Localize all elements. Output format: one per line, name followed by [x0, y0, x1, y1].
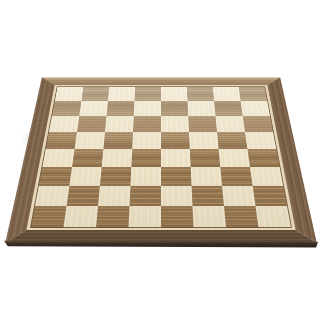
square-e4	[161, 149, 191, 167]
chessboard	[5, 77, 316, 242]
square-b2	[67, 186, 100, 206]
squares-grid	[31, 87, 291, 227]
square-a6	[49, 116, 79, 132]
square-b1	[64, 206, 99, 227]
square-g6	[216, 116, 246, 132]
square-e8	[161, 87, 188, 101]
square-f6	[188, 116, 217, 132]
square-g3	[220, 167, 252, 186]
square-a7	[52, 101, 81, 116]
square-f5	[189, 132, 219, 149]
square-h3	[250, 167, 283, 186]
square-d2	[130, 186, 161, 206]
square-a8	[55, 87, 84, 101]
square-c1	[96, 206, 129, 227]
square-c6	[105, 116, 134, 132]
square-b8	[81, 87, 109, 101]
square-c8	[108, 87, 135, 101]
square-h2	[253, 186, 287, 206]
square-f7	[188, 101, 216, 116]
square-d1	[129, 206, 161, 227]
square-b6	[77, 116, 107, 132]
square-h5	[245, 132, 276, 149]
square-e7	[161, 101, 188, 116]
square-c5	[103, 132, 133, 149]
square-h7	[241, 101, 270, 116]
square-b4	[72, 149, 103, 167]
photo-background	[0, 0, 320, 320]
square-h6	[243, 116, 273, 132]
square-b3	[69, 167, 101, 186]
square-c2	[98, 186, 130, 206]
square-g4	[219, 149, 250, 167]
square-a1	[31, 206, 67, 227]
square-e5	[161, 132, 190, 149]
square-a3	[39, 167, 72, 186]
square-a4	[42, 149, 74, 167]
square-d6	[133, 116, 161, 132]
square-d4	[131, 149, 161, 167]
square-f8	[187, 87, 214, 101]
square-d7	[134, 101, 161, 116]
square-f1	[192, 206, 225, 227]
square-g5	[217, 132, 247, 149]
square-e1	[161, 206, 193, 227]
square-c3	[100, 167, 131, 186]
square-e3	[161, 167, 192, 186]
square-b5	[75, 132, 105, 149]
square-g2	[222, 186, 255, 206]
square-c4	[102, 149, 132, 167]
square-g7	[214, 101, 243, 116]
square-e6	[161, 116, 189, 132]
square-h8	[239, 87, 268, 101]
square-h4	[247, 149, 279, 167]
square-f4	[190, 149, 220, 167]
square-e2	[161, 186, 192, 206]
square-d5	[132, 132, 161, 149]
square-h1	[255, 206, 291, 227]
square-a2	[35, 186, 69, 206]
square-g1	[224, 206, 259, 227]
square-c7	[106, 101, 134, 116]
square-f3	[191, 167, 222, 186]
square-g8	[213, 87, 241, 101]
square-f2	[192, 186, 224, 206]
square-d8	[134, 87, 161, 101]
square-d3	[130, 167, 161, 186]
square-a5	[46, 132, 77, 149]
square-b7	[79, 101, 108, 116]
